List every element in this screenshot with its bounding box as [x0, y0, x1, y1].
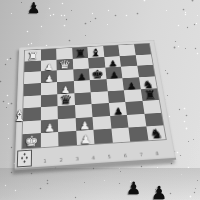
square-d4	[74, 92, 92, 105]
table-shadow	[0, 168, 200, 200]
square-c3	[58, 105, 76, 119]
board-logo-row: ♦	[18, 160, 31, 165]
rank-label-5: 5	[108, 154, 112, 162]
square-d7	[124, 89, 142, 102]
square-e5	[90, 79, 107, 92]
board-logo: ♦♦ ♦♦	[17, 150, 32, 168]
square-c8	[142, 100, 161, 114]
rank-label-2: 2	[59, 157, 62, 165]
square-a5	[93, 129, 112, 144]
square-e3: ♟	[57, 81, 74, 94]
white-king-a1: ♚	[24, 134, 39, 148]
square-c6: ♟	[108, 102, 126, 116]
square-e4	[73, 80, 90, 93]
square-a2	[40, 132, 58, 147]
square-b8	[144, 113, 163, 127]
rank-label-3: 3	[76, 156, 80, 164]
offboard-white-captured-bishop: ♝	[13, 109, 26, 124]
square-c4	[75, 104, 93, 118]
rank-label-1: 1	[43, 158, 46, 166]
square-a6	[111, 128, 130, 143]
square-a7	[128, 127, 147, 142]
chess-board: ♜♜♝♟♛♟♟♟♚♟♟♟♞♛♜♟♟♟♚♟♞ ♦♦ ♦♦ 12345678	[15, 40, 177, 170]
square-a1: ♚	[22, 133, 40, 148]
offboard-black-captured-pawn: ♟	[27, 1, 40, 16]
square-c7	[125, 101, 144, 115]
square-d3: ♛	[57, 93, 74, 106]
square-e2	[40, 82, 57, 95]
rank-label-6: 6	[123, 153, 127, 161]
square-b2: ♟	[40, 119, 58, 133]
square-b4: ♟	[75, 117, 93, 131]
board-grid: ♜♜♝♟♛♟♟♟♚♟♟♟♞♛♜♟♟♟♚♟♞	[22, 44, 165, 149]
rank-label-4: 4	[92, 155, 96, 163]
square-b7	[127, 114, 146, 128]
noise-speckles-light	[0, 0, 1, 1]
square-e7: ♟	[122, 77, 140, 90]
square-e1	[24, 83, 41, 96]
square-a8: ♞	[146, 126, 166, 141]
square-a3	[58, 131, 76, 146]
square-d5	[91, 91, 109, 104]
offboard-black-captured-piece: ♟	[126, 180, 141, 197]
rank-label-7: 7	[139, 152, 143, 160]
rank-label-8: 8	[155, 151, 159, 159]
square-e8: ♞	[139, 76, 157, 89]
square-b6	[110, 115, 129, 129]
square-b5	[92, 116, 111, 130]
square-d6	[107, 90, 125, 103]
square-e6	[106, 78, 124, 91]
square-c5	[92, 103, 110, 117]
white-pawn-a4: ♟	[80, 134, 91, 146]
board-coordinate-labels: 12345678	[37, 150, 166, 166]
black-knight-a8: ♞	[149, 127, 163, 140]
photo-chess-scene: ♜♜♝♟♛♟♟♟♚♟♟♟♞♛♜♟♟♟♚♟♞ ♦♦ ♦♦ 12345678 ♟♝♟…	[0, 0, 200, 200]
square-d2	[40, 94, 57, 107]
square-b3	[58, 118, 76, 132]
square-a4: ♟	[76, 130, 95, 145]
offboard-black-captured-piece: ♟	[151, 184, 167, 200]
square-c2	[40, 106, 57, 120]
square-d8: ♜	[140, 88, 159, 101]
